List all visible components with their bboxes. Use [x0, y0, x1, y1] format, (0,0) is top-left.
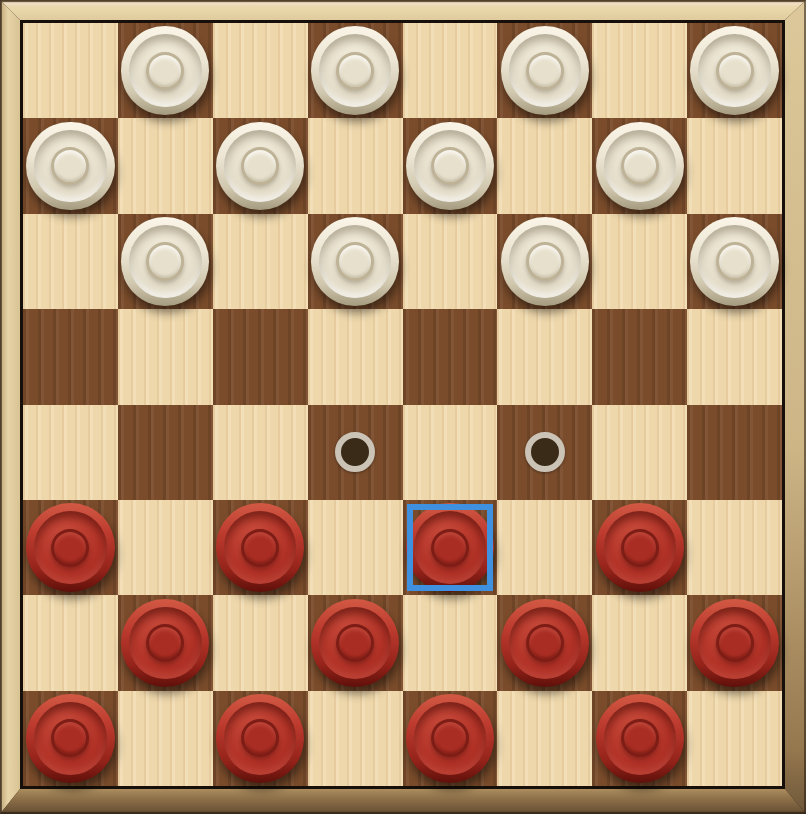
- red-man[interactable]: [690, 599, 778, 688]
- square-r1c4[interactable]: [308, 23, 403, 118]
- square-r7c5: [403, 595, 498, 690]
- square-r8c1[interactable]: [23, 691, 118, 786]
- square-r4c7[interactable]: [592, 309, 687, 404]
- white-man[interactable]: [121, 217, 209, 306]
- square-r4c5[interactable]: [403, 309, 498, 404]
- red-man-hub: [431, 528, 469, 566]
- square-r2c2: [118, 118, 213, 213]
- square-r5c5: [403, 405, 498, 500]
- red-man-hub: [51, 528, 89, 566]
- square-r3c3: [213, 214, 308, 309]
- square-r4c3[interactable]: [213, 309, 308, 404]
- square-r6c6: [497, 500, 592, 595]
- white-man-hub: [146, 52, 184, 90]
- red-man-hub: [241, 719, 279, 757]
- red-man-hub: [526, 624, 564, 662]
- square-r3c2[interactable]: [118, 214, 213, 309]
- board-frame-left: [0, 0, 20, 814]
- square-r5c2[interactable]: [118, 405, 213, 500]
- square-r4c2: [118, 309, 213, 404]
- square-r3c5: [403, 214, 498, 309]
- white-man-hub: [146, 242, 184, 280]
- red-man[interactable]: [26, 503, 114, 592]
- square-r7c1: [23, 595, 118, 690]
- checkers-app-window: [0, 0, 806, 814]
- square-r7c3: [213, 595, 308, 690]
- white-man[interactable]: [216, 122, 304, 211]
- square-r5c3: [213, 405, 308, 500]
- red-man[interactable]: [26, 694, 114, 783]
- red-man-hub: [146, 624, 184, 662]
- square-r2c1[interactable]: [23, 118, 118, 213]
- board-frame-bottom: [0, 789, 806, 814]
- square-r3c8[interactable]: [687, 214, 782, 309]
- square-r7c7: [592, 595, 687, 690]
- board-frame-right: [785, 0, 806, 814]
- square-r1c7: [592, 23, 687, 118]
- square-r6c8: [687, 500, 782, 595]
- square-r8c2: [118, 691, 213, 786]
- square-r2c7[interactable]: [592, 118, 687, 213]
- move-hint-dot[interactable]: [525, 432, 565, 472]
- red-man[interactable]: [121, 599, 209, 688]
- square-r7c8[interactable]: [687, 595, 782, 690]
- white-man[interactable]: [311, 26, 399, 115]
- red-man[interactable]: [596, 503, 684, 592]
- white-man[interactable]: [690, 217, 778, 306]
- square-r3c6[interactable]: [497, 214, 592, 309]
- square-r4c6: [497, 309, 592, 404]
- move-hint-dot[interactable]: [335, 432, 375, 472]
- square-r5c4[interactable]: [308, 405, 403, 500]
- white-man[interactable]: [311, 217, 399, 306]
- red-man[interactable]: [216, 503, 304, 592]
- white-man-hub: [526, 242, 564, 280]
- board-frame-top: [0, 0, 806, 20]
- square-r3c1: [23, 214, 118, 309]
- square-r2c3[interactable]: [213, 118, 308, 213]
- square-r4c1[interactable]: [23, 309, 118, 404]
- square-r7c4[interactable]: [308, 595, 403, 690]
- white-man-hub: [431, 147, 469, 185]
- square-r6c1[interactable]: [23, 500, 118, 595]
- red-man-hub: [716, 624, 754, 662]
- white-man-hub: [716, 242, 754, 280]
- square-r5c6[interactable]: [497, 405, 592, 500]
- square-r2c4: [308, 118, 403, 213]
- square-r8c4: [308, 691, 403, 786]
- red-man-hub: [336, 624, 374, 662]
- red-man-hub: [431, 719, 469, 757]
- square-r7c2[interactable]: [118, 595, 213, 690]
- red-man[interactable]: [311, 599, 399, 688]
- white-man-hub: [336, 242, 374, 280]
- white-man-hub: [621, 147, 659, 185]
- square-r8c6: [497, 691, 592, 786]
- square-r6c7[interactable]: [592, 500, 687, 595]
- square-r6c4: [308, 500, 403, 595]
- square-r2c8: [687, 118, 782, 213]
- square-r6c2: [118, 500, 213, 595]
- white-man-hub: [51, 147, 89, 185]
- white-man[interactable]: [121, 26, 209, 115]
- square-r1c6[interactable]: [497, 23, 592, 118]
- checkers-board: [20, 20, 785, 789]
- square-r3c4[interactable]: [308, 214, 403, 309]
- square-r8c8: [687, 691, 782, 786]
- white-man[interactable]: [690, 26, 778, 115]
- square-r7c6[interactable]: [497, 595, 592, 690]
- square-r8c7[interactable]: [592, 691, 687, 786]
- square-r1c5: [403, 23, 498, 118]
- red-man-hub: [51, 719, 89, 757]
- red-man-hub: [621, 528, 659, 566]
- square-r4c8: [687, 309, 782, 404]
- white-man[interactable]: [501, 26, 589, 115]
- white-man[interactable]: [596, 122, 684, 211]
- white-man-hub: [336, 52, 374, 90]
- square-r1c1: [23, 23, 118, 118]
- square-r3c7: [592, 214, 687, 309]
- square-r1c8[interactable]: [687, 23, 782, 118]
- square-r2c5[interactable]: [403, 118, 498, 213]
- square-r5c1: [23, 405, 118, 500]
- white-man-hub: [241, 147, 279, 185]
- square-r8c3[interactable]: [213, 691, 308, 786]
- square-r5c8[interactable]: [687, 405, 782, 500]
- square-r2c6: [497, 118, 592, 213]
- red-man[interactable]: [406, 694, 494, 783]
- white-man[interactable]: [26, 122, 114, 211]
- square-r6c5[interactable]: [403, 500, 498, 595]
- red-man[interactable]: [406, 503, 494, 592]
- red-man[interactable]: [501, 599, 589, 688]
- white-man[interactable]: [501, 217, 589, 306]
- red-man-hub: [241, 528, 279, 566]
- red-man[interactable]: [216, 694, 304, 783]
- square-r5c7: [592, 405, 687, 500]
- square-r1c3: [213, 23, 308, 118]
- red-man[interactable]: [596, 694, 684, 783]
- square-r4c4: [308, 309, 403, 404]
- white-man-hub: [526, 52, 564, 90]
- red-man-hub: [621, 719, 659, 757]
- square-r8c5[interactable]: [403, 691, 498, 786]
- square-r1c2[interactable]: [118, 23, 213, 118]
- white-man[interactable]: [406, 122, 494, 211]
- square-r6c3[interactable]: [213, 500, 308, 595]
- white-man-hub: [716, 52, 754, 90]
